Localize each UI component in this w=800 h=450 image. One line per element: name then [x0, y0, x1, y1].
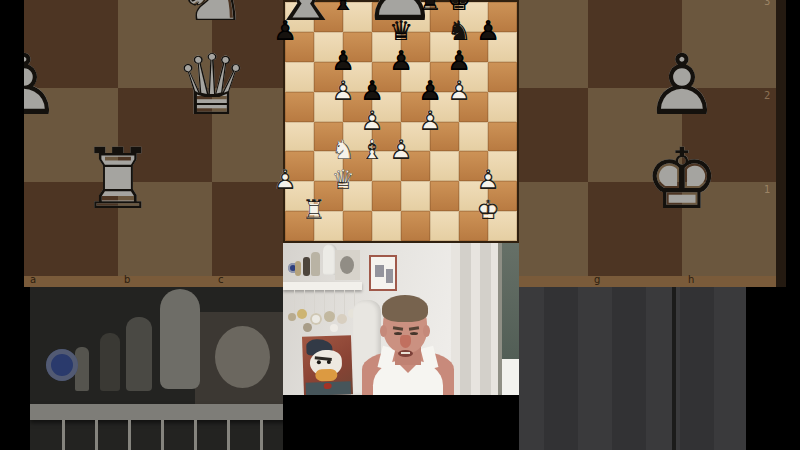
square-c1 [343, 211, 372, 241]
square-h1: ♚♔ [488, 211, 517, 241]
square-h6 [488, 62, 517, 92]
square-a5 [285, 92, 314, 122]
square-b1: ♜♖ [118, 182, 212, 276]
framed-picture [369, 255, 397, 291]
streamer-nose [400, 335, 411, 348]
rank-label-3: 3 [764, 0, 776, 7]
streamer-eye [394, 332, 402, 335]
square-h1: ♚♔ [682, 182, 776, 276]
square-a6 [285, 62, 314, 92]
window-sill [502, 359, 519, 395]
webcam-video [283, 243, 519, 395]
square-a4 [285, 122, 314, 152]
streamer-ear [380, 325, 387, 337]
trophy-icon [160, 289, 200, 389]
rank-label-1: 1 [764, 184, 776, 195]
medal-icon [330, 324, 338, 332]
file-label-b: b [124, 274, 130, 285]
trophy-icon [311, 252, 320, 276]
medal-icon [337, 314, 347, 324]
shelf-picture [335, 250, 360, 280]
video-column: ♝♗♜♖♚♔♟♙♛♕♞♘♟♙♟♙♟♙♟♙♟♙♟♙♟♙♟♙♟♙♟♙♞♘♝♗♟♙♟♙… [283, 0, 519, 450]
rank-label-2: 2 [764, 90, 776, 101]
streamer-eye [410, 332, 418, 335]
square-e3: ♟♙ [401, 151, 430, 181]
square-d2 [372, 181, 401, 211]
trophy-icon [100, 333, 120, 391]
square-g5: ♟♙ [459, 92, 488, 122]
medal-icon [46, 349, 78, 381]
trophy-shelf [283, 282, 362, 290]
streamer-mouth [398, 350, 413, 357]
square-h4 [488, 122, 517, 152]
medal-icon [310, 313, 322, 325]
medal-icon [303, 323, 312, 332]
video-frame: ♝♗♜♖♚♔♟♙♛♕♞♘♟♙♟♙♟♙♟♙♟♙♟♙♟♙♟♙♟♙♟♙♞♘♝♗♟♙♟♙… [0, 0, 800, 450]
square-e2 [401, 181, 430, 211]
trophy-icon [295, 261, 301, 276]
streamer-ear [423, 325, 430, 337]
medal-icon [288, 313, 296, 321]
square-h7: ♟♙ [488, 32, 517, 62]
streamer-hair [382, 295, 428, 322]
duck-painting [302, 335, 353, 395]
square-f1 [430, 211, 459, 241]
square-c2: ♛♕ [343, 181, 372, 211]
window-glass [502, 243, 519, 359]
square-g4 [459, 122, 488, 152]
background-shelf [30, 404, 298, 420]
background-window-frame [672, 287, 676, 450]
square-f3 [430, 151, 459, 181]
background-framed-picture [195, 312, 290, 404]
square-b1: ♜♖ [314, 211, 343, 241]
background-curtain [510, 287, 746, 450]
file-label-h: h [688, 274, 694, 285]
square-f2 [430, 181, 459, 211]
file-label-a: a [30, 274, 36, 285]
medal-icon [324, 311, 335, 322]
trophy-icon [126, 317, 152, 391]
square-e1 [401, 211, 430, 241]
square-f4: ♟♙ [430, 122, 459, 152]
background-board-frame-right [776, 0, 786, 287]
square-d1 [372, 211, 401, 241]
bottom-letterbox [283, 395, 519, 450]
file-label-c: c [218, 274, 224, 285]
medal-icon [297, 309, 307, 319]
square-h5 [488, 92, 517, 122]
trophy-icon [303, 257, 310, 276]
file-label-g: g [594, 274, 600, 285]
background-medal-strings [32, 420, 298, 450]
